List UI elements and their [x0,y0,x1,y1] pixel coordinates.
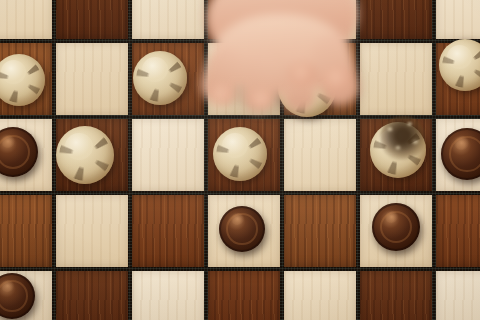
hand-fingertip-2 [249,90,275,110]
board-photo [0,0,480,320]
hand [0,0,480,320]
hand-fingertip-3 [288,62,316,86]
hand-fingertip-1 [208,84,236,106]
hand-fingertip-4 [322,66,352,92]
